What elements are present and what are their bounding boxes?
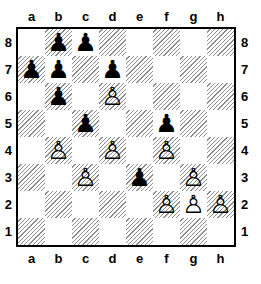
square-f2[interactable]: ♙: [153, 191, 180, 218]
square-f4[interactable]: ♙: [153, 137, 180, 164]
file-label-bottom-b: b: [45, 251, 72, 266]
square-h1[interactable]: [207, 218, 234, 245]
rank-label-left-8: 8: [0, 29, 16, 56]
white-pawn: ♙: [47, 137, 69, 164]
white-pawn: ♙: [74, 164, 96, 191]
square-a4[interactable]: [18, 137, 45, 164]
square-g7[interactable]: [180, 56, 207, 83]
rank-label-left-7: 7: [0, 56, 16, 83]
square-b3[interactable]: [45, 164, 72, 191]
square-h6[interactable]: [207, 83, 234, 110]
white-pawn: ♙: [182, 164, 204, 191]
rank-label-right-8: 8: [236, 29, 261, 56]
file-label-bottom-c: c: [72, 251, 99, 266]
white-pawn: ♙: [182, 191, 204, 218]
file-label-top-h: h: [207, 9, 234, 24]
square-b2[interactable]: [45, 191, 72, 218]
file-label-bottom-d: d: [99, 251, 126, 266]
black-pawn: ♟: [47, 29, 69, 56]
black-pawn: ♟: [20, 56, 42, 83]
square-d3[interactable]: [99, 164, 126, 191]
square-h7[interactable]: [207, 56, 234, 83]
square-h8[interactable]: [207, 29, 234, 56]
white-pawn: ♙: [155, 137, 177, 164]
white-pawn: ♙: [209, 191, 231, 218]
square-b4[interactable]: ♙: [45, 137, 72, 164]
rank-label-left-1: 1: [0, 218, 16, 245]
file-label-top-e: e: [126, 9, 153, 24]
square-h4[interactable]: [207, 137, 234, 164]
black-pawn: ♟: [101, 56, 123, 83]
black-pawn: ♟: [47, 56, 69, 83]
rank-label-right-3: 3: [236, 164, 261, 191]
black-pawn: ♟: [74, 29, 96, 56]
square-d5[interactable]: [99, 110, 126, 137]
square-g4[interactable]: [180, 137, 207, 164]
square-h3[interactable]: [207, 164, 234, 191]
square-g6[interactable]: [180, 83, 207, 110]
square-d6[interactable]: ♙: [99, 83, 126, 110]
square-a7[interactable]: ♟: [18, 56, 45, 83]
rank-labels-left: 87654321: [0, 29, 16, 245]
square-a1[interactable]: [18, 218, 45, 245]
square-g1[interactable]: [180, 218, 207, 245]
rank-label-left-3: 3: [0, 164, 16, 191]
chess-board: ♟♟♟♟♟♟♙♟♟♙♙♙♙♟♙♙♙♙: [16, 27, 236, 247]
square-c4[interactable]: [72, 137, 99, 164]
rank-label-right-4: 4: [236, 137, 261, 164]
rank-label-right-1: 1: [236, 218, 261, 245]
square-e7[interactable]: [126, 56, 153, 83]
square-c5[interactable]: ♟: [72, 110, 99, 137]
square-f1[interactable]: [153, 218, 180, 245]
square-b5[interactable]: [45, 110, 72, 137]
square-e2[interactable]: [126, 191, 153, 218]
square-b1[interactable]: [45, 218, 72, 245]
square-g8[interactable]: [180, 29, 207, 56]
square-e6[interactable]: [126, 83, 153, 110]
square-d4[interactable]: ♙: [99, 137, 126, 164]
square-a3[interactable]: [18, 164, 45, 191]
file-label-bottom-h: h: [207, 251, 234, 266]
rank-label-left-4: 4: [0, 137, 16, 164]
file-label-bottom-e: e: [126, 251, 153, 266]
rank-labels-right: 87654321: [236, 29, 261, 245]
white-pawn: ♙: [155, 191, 177, 218]
square-a2[interactable]: [18, 191, 45, 218]
square-e3[interactable]: ♟: [126, 164, 153, 191]
file-label-top-a: a: [18, 9, 45, 24]
square-f6[interactable]: [153, 83, 180, 110]
square-g2[interactable]: ♙: [180, 191, 207, 218]
square-e1[interactable]: [126, 218, 153, 245]
square-b7[interactable]: ♟: [45, 56, 72, 83]
file-label-top-c: c: [72, 9, 99, 24]
white-pawn: ♙: [101, 137, 123, 164]
chess-diagram: abcdefgh 87654321 ♟♟♟♟♟♟♙♟♟♙♙♙♙♟♙♙♙♙ 876…: [0, 0, 261, 284]
square-c3[interactable]: ♙: [72, 164, 99, 191]
square-e8[interactable]: [126, 29, 153, 56]
square-e5[interactable]: [126, 110, 153, 137]
rank-label-left-5: 5: [0, 110, 16, 137]
square-b8[interactable]: ♟: [45, 29, 72, 56]
square-d7[interactable]: ♟: [99, 56, 126, 83]
rank-label-left-6: 6: [0, 83, 16, 110]
square-c8[interactable]: ♟: [72, 29, 99, 56]
square-c6[interactable]: [72, 83, 99, 110]
file-labels-bottom: abcdefgh: [18, 247, 234, 266]
square-a8[interactable]: [18, 29, 45, 56]
file-label-top-g: g: [180, 9, 207, 24]
file-label-bottom-f: f: [153, 251, 180, 266]
square-a6[interactable]: [18, 83, 45, 110]
square-f8[interactable]: [153, 29, 180, 56]
file-label-top-b: b: [45, 9, 72, 24]
file-label-top-d: d: [99, 9, 126, 24]
square-g5[interactable]: [180, 110, 207, 137]
file-labels-top: abcdefgh: [18, 9, 234, 27]
square-c2[interactable]: [72, 191, 99, 218]
square-d1[interactable]: [99, 218, 126, 245]
white-pawn: ♙: [101, 83, 123, 110]
black-pawn: ♟: [155, 110, 177, 137]
rank-label-right-2: 2: [236, 191, 261, 218]
square-e4[interactable]: [126, 137, 153, 164]
file-label-bottom-g: g: [180, 251, 207, 266]
square-f3[interactable]: [153, 164, 180, 191]
square-d8[interactable]: [99, 29, 126, 56]
square-h2[interactable]: ♙: [207, 191, 234, 218]
file-label-bottom-a: a: [18, 251, 45, 266]
square-a5[interactable]: [18, 110, 45, 137]
black-pawn: ♟: [74, 110, 96, 137]
rank-label-left-2: 2: [0, 191, 16, 218]
square-f5[interactable]: ♟: [153, 110, 180, 137]
square-c1[interactable]: [72, 218, 99, 245]
square-h5[interactable]: [207, 110, 234, 137]
black-pawn: ♟: [47, 83, 69, 110]
rank-label-right-7: 7: [236, 56, 261, 83]
square-f7[interactable]: [153, 56, 180, 83]
file-label-top-f: f: [153, 9, 180, 24]
rank-label-right-6: 6: [236, 83, 261, 110]
black-pawn: ♟: [128, 164, 150, 191]
square-b6[interactable]: ♟: [45, 83, 72, 110]
rank-label-right-5: 5: [236, 110, 261, 137]
square-c7[interactable]: [72, 56, 99, 83]
square-d2[interactable]: [99, 191, 126, 218]
square-g3[interactable]: ♙: [180, 164, 207, 191]
